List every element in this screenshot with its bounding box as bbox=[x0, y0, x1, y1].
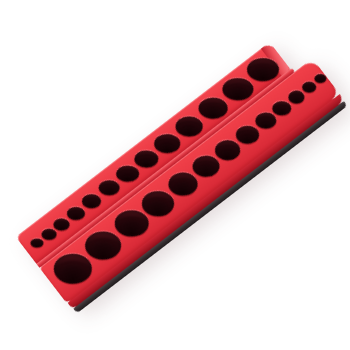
socket-hole bbox=[302, 82, 316, 93]
socket-hole bbox=[82, 194, 101, 208]
socket-tray bbox=[16, 27, 349, 314]
product-photo bbox=[0, 0, 350, 350]
socket-hole bbox=[288, 91, 304, 104]
socket-hole bbox=[116, 166, 139, 182]
socket-hole bbox=[67, 207, 85, 220]
socket-hole bbox=[255, 113, 276, 129]
socket-hole bbox=[41, 229, 56, 240]
socket-hole bbox=[198, 98, 227, 119]
socket-hole bbox=[193, 156, 220, 177]
shallow-socket-row bbox=[39, 58, 339, 303]
socket-hole bbox=[247, 58, 279, 81]
socket-hole bbox=[85, 232, 121, 260]
socket-hole bbox=[98, 181, 119, 196]
socket-hole bbox=[114, 211, 148, 237]
socket-hole bbox=[142, 191, 174, 216]
socket-hole bbox=[54, 218, 70, 230]
socket-hole bbox=[176, 116, 203, 136]
socket-hole bbox=[154, 134, 180, 153]
socket-hole bbox=[215, 140, 240, 160]
socket-hole bbox=[273, 101, 292, 115]
socket-hole bbox=[54, 254, 92, 284]
socket-hole bbox=[168, 173, 197, 196]
socket-hole bbox=[236, 126, 259, 144]
socket-hole bbox=[134, 150, 158, 167]
socket-hole bbox=[222, 78, 253, 100]
socket-hole bbox=[30, 239, 43, 248]
socket-hole bbox=[315, 74, 327, 83]
